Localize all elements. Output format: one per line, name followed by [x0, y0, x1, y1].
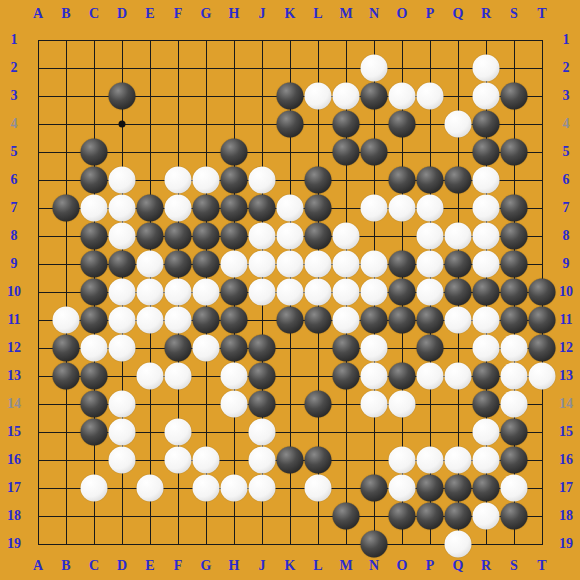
- black-stone-G8: [193, 223, 220, 250]
- black-stone-N11: [361, 307, 388, 334]
- black-stone-P17: [417, 475, 444, 502]
- black-stone-J7: [249, 195, 276, 222]
- row-label-right-13: 13: [559, 368, 573, 384]
- white-stone-D8: [109, 223, 136, 250]
- col-label-top-S: S: [510, 6, 518, 22]
- black-stone-S7: [501, 195, 528, 222]
- white-stone-Q19: [445, 531, 472, 558]
- black-stone-J14: [249, 391, 276, 418]
- black-stone-K16: [277, 447, 304, 474]
- col-label-top-C: C: [89, 6, 99, 22]
- white-stone-K8: [277, 223, 304, 250]
- white-stone-H13: [221, 363, 248, 390]
- black-stone-P11: [417, 307, 444, 334]
- white-stone-K10: [277, 279, 304, 306]
- black-stone-K4: [277, 111, 304, 138]
- black-stone-M13: [333, 363, 360, 390]
- col-label-bottom-L: L: [313, 558, 322, 574]
- col-label-top-B: B: [61, 6, 70, 22]
- black-stone-O11: [389, 307, 416, 334]
- col-label-bottom-H: H: [229, 558, 240, 574]
- black-stone-B7: [53, 195, 80, 222]
- white-stone-S17: [501, 475, 528, 502]
- col-label-top-P: P: [426, 6, 435, 22]
- white-stone-D15: [109, 419, 136, 446]
- black-stone-R5: [473, 139, 500, 166]
- col-label-top-H: H: [229, 6, 240, 22]
- white-stone-N10: [361, 279, 388, 306]
- row-label-left-1: 1: [11, 32, 18, 48]
- row-label-right-2: 2: [563, 60, 570, 76]
- row-label-right-14: 14: [559, 396, 573, 412]
- white-stone-J10: [249, 279, 276, 306]
- row-label-right-10: 10: [559, 284, 573, 300]
- black-stone-G11: [193, 307, 220, 334]
- white-stone-D16: [109, 447, 136, 474]
- white-stone-N2: [361, 55, 388, 82]
- white-stone-P10: [417, 279, 444, 306]
- col-label-top-L: L: [313, 6, 322, 22]
- col-label-bottom-K: K: [285, 558, 296, 574]
- black-stone-T11: [529, 307, 556, 334]
- row-label-right-1: 1: [563, 32, 570, 48]
- white-stone-P8: [417, 223, 444, 250]
- white-stone-G6: [193, 167, 220, 194]
- black-stone-C10: [81, 279, 108, 306]
- black-stone-E8: [137, 223, 164, 250]
- white-stone-J6: [249, 167, 276, 194]
- black-stone-C15: [81, 419, 108, 446]
- white-stone-N12: [361, 335, 388, 362]
- black-stone-B12: [53, 335, 80, 362]
- row-label-right-7: 7: [563, 200, 570, 216]
- black-stone-S8: [501, 223, 528, 250]
- white-stone-Q4: [445, 111, 472, 138]
- row-label-right-5: 5: [563, 144, 570, 160]
- white-stone-C12: [81, 335, 108, 362]
- row-label-left-12: 12: [7, 340, 21, 356]
- white-stone-J8: [249, 223, 276, 250]
- black-stone-M5: [333, 139, 360, 166]
- row-label-left-17: 17: [7, 480, 21, 496]
- row-label-left-5: 5: [11, 144, 18, 160]
- black-stone-N5: [361, 139, 388, 166]
- white-stone-P3: [417, 83, 444, 110]
- black-stone-L7: [305, 195, 332, 222]
- black-stone-F12: [165, 335, 192, 362]
- white-stone-O17: [389, 475, 416, 502]
- white-stone-B11: [53, 307, 80, 334]
- white-stone-N14: [361, 391, 388, 418]
- black-stone-H5: [221, 139, 248, 166]
- white-stone-M10: [333, 279, 360, 306]
- col-label-bottom-R: R: [481, 558, 491, 574]
- white-stone-D7: [109, 195, 136, 222]
- white-stone-F15: [165, 419, 192, 446]
- white-stone-P13: [417, 363, 444, 390]
- white-stone-L17: [305, 475, 332, 502]
- white-stone-H17: [221, 475, 248, 502]
- col-label-bottom-T: T: [537, 558, 546, 574]
- white-stone-R15: [473, 419, 500, 446]
- black-stone-H10: [221, 279, 248, 306]
- white-stone-K9: [277, 251, 304, 278]
- black-stone-Q9: [445, 251, 472, 278]
- black-stone-H11: [221, 307, 248, 334]
- white-stone-J15: [249, 419, 276, 446]
- white-stone-D12: [109, 335, 136, 362]
- white-stone-O7: [389, 195, 416, 222]
- white-stone-F16: [165, 447, 192, 474]
- white-stone-O14: [389, 391, 416, 418]
- black-stone-Q17: [445, 475, 472, 502]
- white-stone-Q8: [445, 223, 472, 250]
- black-stone-F9: [165, 251, 192, 278]
- white-stone-G12: [193, 335, 220, 362]
- black-stone-H8: [221, 223, 248, 250]
- black-stone-T10: [529, 279, 556, 306]
- white-stone-P9: [417, 251, 444, 278]
- col-label-bottom-O: O: [397, 558, 408, 574]
- row-label-right-6: 6: [563, 172, 570, 188]
- black-stone-S16: [501, 447, 528, 474]
- black-stone-S9: [501, 251, 528, 278]
- black-stone-Q10: [445, 279, 472, 306]
- white-stone-M11: [333, 307, 360, 334]
- col-label-bottom-A: A: [33, 558, 43, 574]
- white-stone-F7: [165, 195, 192, 222]
- black-stone-P18: [417, 503, 444, 530]
- white-stone-S14: [501, 391, 528, 418]
- row-label-left-7: 7: [11, 200, 18, 216]
- black-stone-L11: [305, 307, 332, 334]
- black-stone-N19: [361, 531, 388, 558]
- black-stone-O10: [389, 279, 416, 306]
- white-stone-R16: [473, 447, 500, 474]
- white-stone-D6: [109, 167, 136, 194]
- col-label-bottom-J: J: [259, 558, 266, 574]
- col-label-bottom-F: F: [174, 558, 183, 574]
- white-stone-E17: [137, 475, 164, 502]
- white-stone-D11: [109, 307, 136, 334]
- black-stone-O13: [389, 363, 416, 390]
- black-stone-M18: [333, 503, 360, 530]
- white-stone-M9: [333, 251, 360, 278]
- col-label-top-M: M: [339, 6, 352, 22]
- black-stone-D3: [109, 83, 136, 110]
- white-stone-P7: [417, 195, 444, 222]
- row-label-left-9: 9: [11, 256, 18, 272]
- white-stone-R7: [473, 195, 500, 222]
- col-label-bottom-Q: Q: [453, 558, 464, 574]
- go-board: AABBCCDDEEFFGGHHJJKKLLMMNNOOPPQQRRSSTT11…: [0, 0, 580, 580]
- white-stone-N9: [361, 251, 388, 278]
- white-stone-H14: [221, 391, 248, 418]
- row-label-right-8: 8: [563, 228, 570, 244]
- white-stone-R3: [473, 83, 500, 110]
- white-stone-G16: [193, 447, 220, 474]
- row-label-left-2: 2: [11, 60, 18, 76]
- black-stone-R14: [473, 391, 500, 418]
- white-stone-J16: [249, 447, 276, 474]
- row-label-right-3: 3: [563, 88, 570, 104]
- black-stone-R10: [473, 279, 500, 306]
- row-label-right-4: 4: [563, 116, 570, 132]
- black-stone-S3: [501, 83, 528, 110]
- col-label-bottom-G: G: [201, 558, 212, 574]
- white-stone-P16: [417, 447, 444, 474]
- black-stone-S18: [501, 503, 528, 530]
- black-stone-C13: [81, 363, 108, 390]
- col-label-top-F: F: [174, 6, 183, 22]
- white-stone-S13: [501, 363, 528, 390]
- white-stone-Q16: [445, 447, 472, 474]
- white-stone-J9: [249, 251, 276, 278]
- white-stone-M8: [333, 223, 360, 250]
- col-label-top-E: E: [145, 6, 154, 22]
- white-stone-F11: [165, 307, 192, 334]
- row-label-right-19: 19: [559, 536, 573, 552]
- black-stone-R17: [473, 475, 500, 502]
- col-label-bottom-S: S: [510, 558, 518, 574]
- col-label-top-R: R: [481, 6, 491, 22]
- col-label-bottom-N: N: [369, 558, 379, 574]
- white-stone-E13: [137, 363, 164, 390]
- white-stone-R9: [473, 251, 500, 278]
- black-stone-N17: [361, 475, 388, 502]
- white-stone-C17: [81, 475, 108, 502]
- black-stone-C6: [81, 167, 108, 194]
- white-stone-G17: [193, 475, 220, 502]
- black-stone-K11: [277, 307, 304, 334]
- black-stone-T12: [529, 335, 556, 362]
- black-stone-H7: [221, 195, 248, 222]
- black-stone-R13: [473, 363, 500, 390]
- black-stone-Q18: [445, 503, 472, 530]
- star-point: [119, 121, 126, 128]
- black-stone-B13: [53, 363, 80, 390]
- col-label-top-D: D: [117, 6, 127, 22]
- white-stone-T13: [529, 363, 556, 390]
- row-label-left-6: 6: [11, 172, 18, 188]
- white-stone-D10: [109, 279, 136, 306]
- black-stone-R4: [473, 111, 500, 138]
- row-label-left-16: 16: [7, 452, 21, 468]
- white-stone-R6: [473, 167, 500, 194]
- row-label-left-14: 14: [7, 396, 21, 412]
- white-stone-R18: [473, 503, 500, 530]
- black-stone-E7: [137, 195, 164, 222]
- white-stone-N7: [361, 195, 388, 222]
- row-label-right-16: 16: [559, 452, 573, 468]
- black-stone-H12: [221, 335, 248, 362]
- row-label-right-15: 15: [559, 424, 573, 440]
- col-label-bottom-E: E: [145, 558, 154, 574]
- white-stone-D14: [109, 391, 136, 418]
- black-stone-J13: [249, 363, 276, 390]
- black-stone-C8: [81, 223, 108, 250]
- white-stone-E9: [137, 251, 164, 278]
- black-stone-F8: [165, 223, 192, 250]
- black-stone-M4: [333, 111, 360, 138]
- black-stone-N3: [361, 83, 388, 110]
- black-stone-L14: [305, 391, 332, 418]
- row-label-right-12: 12: [559, 340, 573, 356]
- col-label-top-G: G: [201, 6, 212, 22]
- black-stone-S15: [501, 419, 528, 446]
- white-stone-R8: [473, 223, 500, 250]
- black-stone-D9: [109, 251, 136, 278]
- row-label-left-15: 15: [7, 424, 21, 440]
- row-label-left-4: 4: [11, 116, 18, 132]
- col-label-bottom-C: C: [89, 558, 99, 574]
- col-label-top-O: O: [397, 6, 408, 22]
- black-stone-L8: [305, 223, 332, 250]
- white-stone-L10: [305, 279, 332, 306]
- white-stone-O16: [389, 447, 416, 474]
- white-stone-N13: [361, 363, 388, 390]
- black-stone-C11: [81, 307, 108, 334]
- black-stone-L6: [305, 167, 332, 194]
- white-stone-M3: [333, 83, 360, 110]
- black-stone-L16: [305, 447, 332, 474]
- white-stone-L9: [305, 251, 332, 278]
- black-stone-C14: [81, 391, 108, 418]
- white-stone-E10: [137, 279, 164, 306]
- row-label-left-3: 3: [11, 88, 18, 104]
- white-stone-E11: [137, 307, 164, 334]
- white-stone-Q11: [445, 307, 472, 334]
- white-stone-R12: [473, 335, 500, 362]
- white-stone-G10: [193, 279, 220, 306]
- row-label-left-18: 18: [7, 508, 21, 524]
- black-stone-O4: [389, 111, 416, 138]
- black-stone-C5: [81, 139, 108, 166]
- row-label-left-19: 19: [7, 536, 21, 552]
- black-stone-S5: [501, 139, 528, 166]
- col-label-top-J: J: [259, 6, 266, 22]
- row-label-right-18: 18: [559, 508, 573, 524]
- black-stone-O18: [389, 503, 416, 530]
- white-stone-F10: [165, 279, 192, 306]
- row-label-right-17: 17: [559, 480, 573, 496]
- row-label-left-10: 10: [7, 284, 21, 300]
- row-label-right-9: 9: [563, 256, 570, 272]
- black-stone-G7: [193, 195, 220, 222]
- row-label-right-11: 11: [559, 312, 572, 328]
- white-stone-R11: [473, 307, 500, 334]
- white-stone-F13: [165, 363, 192, 390]
- black-stone-Q6: [445, 167, 472, 194]
- col-label-bottom-D: D: [117, 558, 127, 574]
- col-label-top-K: K: [285, 6, 296, 22]
- black-stone-C9: [81, 251, 108, 278]
- black-stone-P12: [417, 335, 444, 362]
- col-label-bottom-M: M: [339, 558, 352, 574]
- black-stone-J12: [249, 335, 276, 362]
- white-stone-O3: [389, 83, 416, 110]
- black-stone-P6: [417, 167, 444, 194]
- col-label-top-Q: Q: [453, 6, 464, 22]
- black-stone-S10: [501, 279, 528, 306]
- white-stone-C7: [81, 195, 108, 222]
- white-stone-R2: [473, 55, 500, 82]
- black-stone-K3: [277, 83, 304, 110]
- black-stone-O6: [389, 167, 416, 194]
- white-stone-S12: [501, 335, 528, 362]
- white-stone-F6: [165, 167, 192, 194]
- white-stone-H9: [221, 251, 248, 278]
- white-stone-K7: [277, 195, 304, 222]
- black-stone-S11: [501, 307, 528, 334]
- col-label-bottom-P: P: [426, 558, 435, 574]
- white-stone-Q13: [445, 363, 472, 390]
- row-label-left-8: 8: [11, 228, 18, 244]
- col-label-top-A: A: [33, 6, 43, 22]
- white-stone-J17: [249, 475, 276, 502]
- row-label-left-13: 13: [7, 368, 21, 384]
- row-label-left-11: 11: [7, 312, 20, 328]
- black-stone-G9: [193, 251, 220, 278]
- black-stone-O9: [389, 251, 416, 278]
- col-label-top-T: T: [537, 6, 546, 22]
- black-stone-M12: [333, 335, 360, 362]
- white-stone-L3: [305, 83, 332, 110]
- col-label-top-N: N: [369, 6, 379, 22]
- black-stone-H6: [221, 167, 248, 194]
- col-label-bottom-B: B: [61, 558, 70, 574]
